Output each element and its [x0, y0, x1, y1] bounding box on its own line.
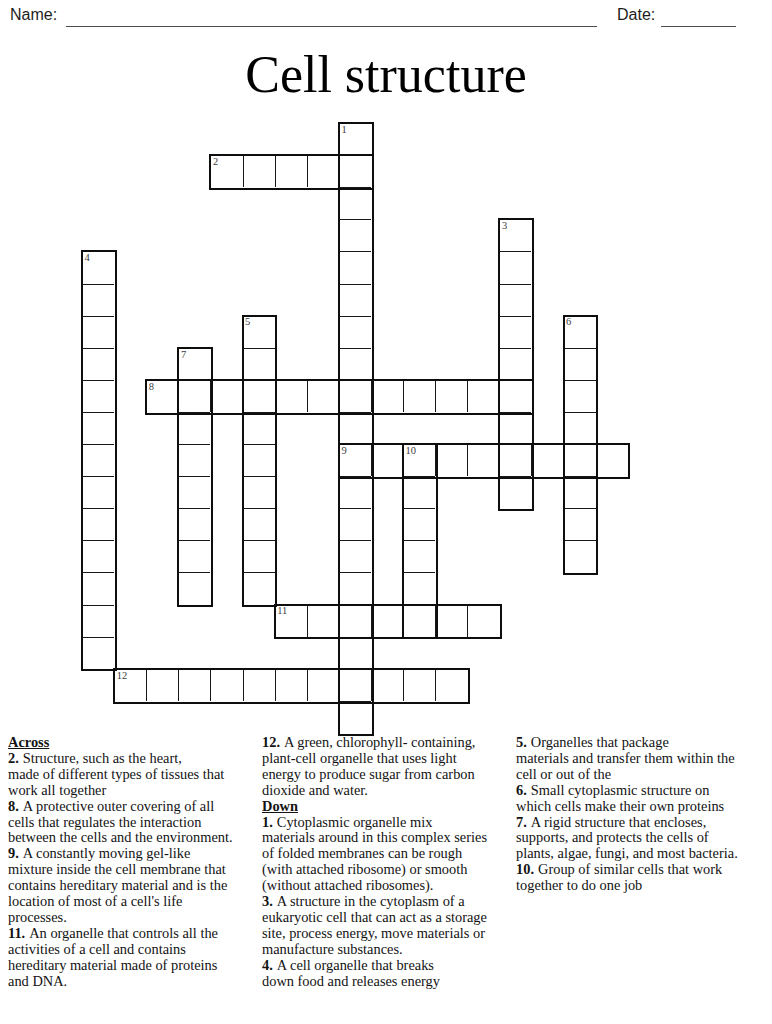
cell-r15c8[interactable]: [339, 605, 371, 637]
cell-r10c12[interactable]: [467, 444, 499, 476]
cell-r7c0[interactable]: [82, 348, 114, 380]
cell-r8c8[interactable]: [339, 380, 371, 412]
cell-number-12: 12: [117, 671, 128, 681]
cell-r17c7[interactable]: [307, 669, 339, 701]
cell-r12c10[interactable]: [403, 508, 435, 540]
cell-r17c8[interactable]: [339, 669, 371, 701]
cell-r5c8[interactable]: [339, 284, 371, 316]
cell-r10c5[interactable]: [243, 444, 275, 476]
cell-r11c8[interactable]: [339, 476, 371, 508]
clue-column-middle: 12.A green, chlorophyll- containing, pla…: [262, 735, 514, 990]
clue-9: 9.A constantly moving gel-like mixture i…: [8, 846, 260, 926]
cell-r10c13[interactable]: [499, 444, 531, 476]
name-label: Name:: [10, 6, 57, 24]
cell-r15c9[interactable]: [371, 605, 403, 637]
clue-text: Small cytoplasmic structure on which cel…: [516, 782, 724, 814]
cell-r15c11[interactable]: [435, 605, 467, 637]
cell-r14c3[interactable]: [178, 572, 210, 604]
cell-r12c0[interactable]: [82, 508, 114, 540]
cell-r2c8[interactable]: [339, 187, 371, 219]
cell-r12c8[interactable]: [339, 508, 371, 540]
cell-r10c3[interactable]: [178, 444, 210, 476]
cell-r9c13[interactable]: [499, 412, 531, 444]
clue-text: A cell organelle that breaks down food a…: [262, 957, 440, 989]
cell-r9c5[interactable]: [243, 412, 275, 444]
cell-r4c8[interactable]: [339, 251, 371, 283]
clue-number-label: 3.: [262, 893, 273, 909]
clue-number-label: 2.: [8, 750, 19, 766]
cell-r1c5[interactable]: [243, 155, 275, 187]
cell-r1c8[interactable]: [339, 155, 371, 187]
cell-r17c10[interactable]: [403, 669, 435, 701]
date-blank-line[interactable]: [661, 8, 736, 27]
clue-column-across: Across2.Structure, such as the heart, ma…: [8, 735, 260, 990]
cell-r17c9[interactable]: [371, 669, 403, 701]
cell-number-2: 2: [213, 157, 218, 167]
cell-r8c11[interactable]: [435, 380, 467, 412]
cell-r8c5[interactable]: [243, 380, 275, 412]
clue-number-label: 5.: [516, 734, 527, 750]
cell-r17c5[interactable]: [243, 669, 275, 701]
cell-r18c8[interactable]: [339, 701, 371, 733]
cell-r7c15[interactable]: [564, 348, 596, 380]
clue-text: A green, chlorophyll- containing, plant-…: [262, 734, 475, 798]
cell-r8c15[interactable]: [564, 380, 596, 412]
clue-text: Group of similar cells that work togethe…: [516, 861, 722, 893]
clue-number-label: 10.: [516, 861, 534, 877]
cell-number-8: 8: [149, 382, 154, 392]
cell-number-9: 9: [341, 446, 346, 456]
clue-5: 5.Organelles that package materials and …: [516, 735, 770, 783]
clue-text: A rigid structure that encloses, support…: [516, 814, 738, 862]
cell-r8c9[interactable]: [371, 380, 403, 412]
cell-r11c5[interactable]: [243, 476, 275, 508]
clue-6: 6.Small cytoplasmic structure on which c…: [516, 783, 770, 815]
cell-r9c15[interactable]: [564, 412, 596, 444]
cell-r3c8[interactable]: [339, 219, 371, 251]
clue-number-label: 8.: [8, 798, 19, 814]
clue-7: 7.A rigid structure that encloses, suppo…: [516, 815, 770, 863]
clue-text: Structure, such as the heart, made of di…: [8, 750, 224, 798]
clue-text: A structure in the cytoplasm of a eukary…: [262, 893, 487, 957]
clue-number-label: 6.: [516, 782, 527, 798]
clue-number-label: 12.: [262, 734, 280, 750]
cell-r4c13[interactable]: [499, 251, 531, 283]
cell-r17c11[interactable]: [435, 669, 467, 701]
cell-r13c0[interactable]: [82, 540, 114, 572]
crossword-worksheet: { "game": "crossword", "title": "Cell st…: [0, 0, 772, 1024]
cell-r11c13[interactable]: [499, 476, 531, 508]
cell-r15c10[interactable]: [403, 605, 435, 637]
cell-r8c12[interactable]: [467, 380, 499, 412]
cell-r8c4[interactable]: [210, 380, 242, 412]
cell-r11c10[interactable]: [403, 476, 435, 508]
cell-r13c5[interactable]: [243, 540, 275, 572]
cell-r1c6[interactable]: [275, 155, 307, 187]
cell-r10c15[interactable]: [564, 444, 596, 476]
cell-r1c7[interactable]: [307, 155, 339, 187]
cell-r12c3[interactable]: [178, 508, 210, 540]
clue-8: 8.A protective outer covering of all cel…: [8, 799, 260, 847]
cell-r8c13[interactable]: [499, 380, 531, 412]
cell-r16c0[interactable]: [82, 637, 114, 669]
cell-r8c7[interactable]: [307, 380, 339, 412]
cell-r12c5[interactable]: [243, 508, 275, 540]
clue-3: 3.A structure in the cytoplasm of a euka…: [262, 894, 514, 958]
date-label: Date:: [617, 6, 655, 24]
clue-4: 4.A cell organelle that breaks down food…: [262, 958, 514, 990]
cell-r11c15[interactable]: [564, 476, 596, 508]
cell-r10c14[interactable]: [531, 444, 563, 476]
clue-number-label: 7.: [516, 814, 527, 830]
cell-r14c0[interactable]: [82, 572, 114, 604]
page-title: Cell structure: [0, 45, 772, 104]
cell-r8c6[interactable]: [275, 380, 307, 412]
clue-column-right: 5.Organelles that package materials and …: [516, 735, 770, 894]
clue-11: 11.An organelle that controls all the ac…: [8, 926, 260, 990]
cell-r10c11[interactable]: [435, 444, 467, 476]
cell-r10c9[interactable]: [371, 444, 403, 476]
cell-r9c0[interactable]: [82, 412, 114, 444]
cell-r17c4[interactable]: [210, 669, 242, 701]
cell-number-3: 3: [502, 221, 507, 231]
cell-r17c6[interactable]: [275, 669, 307, 701]
clue-2: 2.Structure, such as the heart, made of …: [8, 751, 260, 799]
cell-r6c8[interactable]: [339, 316, 371, 348]
across-header: Across: [8, 735, 260, 751]
cell-r7c8[interactable]: [339, 348, 371, 380]
cell-r12c15[interactable]: [564, 508, 596, 540]
cell-r13c3[interactable]: [178, 540, 210, 572]
cell-r8c3[interactable]: [178, 380, 210, 412]
cell-r8c0[interactable]: [82, 380, 114, 412]
cell-r6c13[interactable]: [499, 316, 531, 348]
cell-r14c10[interactable]: [403, 572, 435, 604]
clue-12: 12.A green, chlorophyll- containing, pla…: [262, 735, 514, 799]
cell-r7c5[interactable]: [243, 348, 275, 380]
cell-r9c8[interactable]: [339, 412, 371, 444]
cell-r9c3[interactable]: [178, 412, 210, 444]
cell-number-6: 6: [566, 317, 571, 327]
cell-r15c0[interactable]: [82, 605, 114, 637]
cell-r17c3[interactable]: [178, 669, 210, 701]
clue-text: A constantly moving gel-like mixture ins…: [8, 845, 227, 925]
name-blank-line[interactable]: [66, 8, 597, 27]
clue-number-label: 11.: [8, 925, 25, 941]
clue-number-label: 9.: [8, 845, 19, 861]
cell-r11c0[interactable]: [82, 476, 114, 508]
cell-r13c8[interactable]: [339, 540, 371, 572]
cell-number-10: 10: [406, 446, 417, 456]
cell-number-4: 4: [85, 253, 90, 263]
cell-r10c16[interactable]: [596, 444, 628, 476]
cell-r16c8[interactable]: [339, 637, 371, 669]
cell-r8c10[interactable]: [403, 380, 435, 412]
cell-r14c5[interactable]: [243, 572, 275, 604]
crossword-grid: 123456789101112: [82, 123, 629, 734]
clue-text: A protective outer covering of all cells…: [8, 798, 233, 846]
cell-r5c0[interactable]: [82, 284, 114, 316]
clue-text: Organelles that package materials and tr…: [516, 734, 735, 782]
cell-r14c8[interactable]: [339, 572, 371, 604]
clue-text: An organelle that controls all the activ…: [8, 925, 218, 989]
cell-r13c10[interactable]: [403, 540, 435, 572]
cell-r5c13[interactable]: [499, 284, 531, 316]
cell-r17c2[interactable]: [146, 669, 178, 701]
clue-10: 10.Group of similar cells that work toge…: [516, 862, 770, 894]
cell-r13c15[interactable]: [564, 540, 596, 572]
cell-number-11: 11: [277, 606, 287, 616]
cell-number-5: 5: [245, 317, 250, 327]
down-header: Down: [262, 799, 514, 815]
clue-text: Cytoplasmic organelle mix materials arou…: [262, 814, 487, 894]
cell-r10c0[interactable]: [82, 444, 114, 476]
clue-1: 1.Cytoplasmic organelle mix materials ar…: [262, 815, 514, 895]
cell-r11c3[interactable]: [178, 476, 210, 508]
cell-r6c0[interactable]: [82, 316, 114, 348]
cell-number-7: 7: [181, 350, 186, 360]
clue-number-label: 4.: [262, 957, 273, 973]
cell-r15c7[interactable]: [307, 605, 339, 637]
cell-r7c13[interactable]: [499, 348, 531, 380]
clue-number-label: 1.: [262, 814, 273, 830]
cell-r15c12[interactable]: [467, 605, 499, 637]
cell-number-1: 1: [341, 125, 346, 135]
